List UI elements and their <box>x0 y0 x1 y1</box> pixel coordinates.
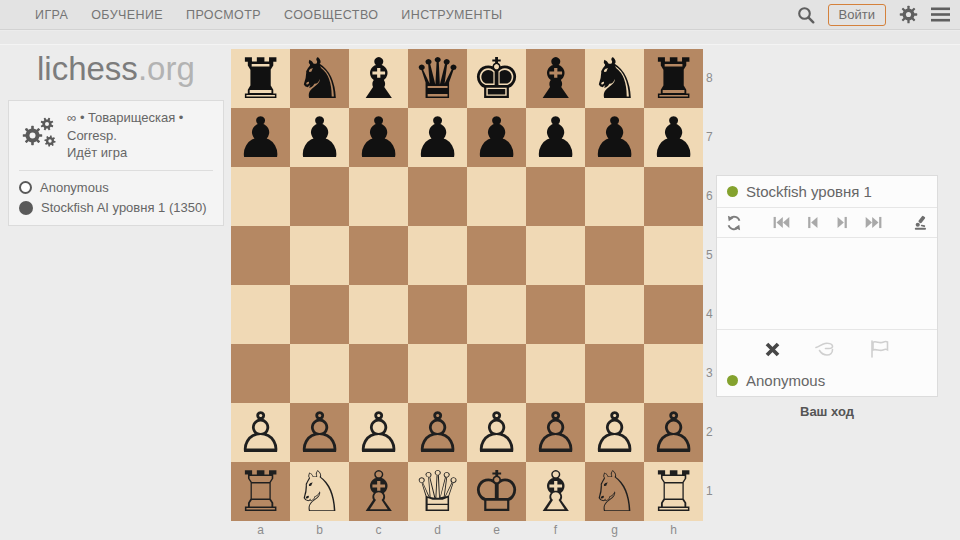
square-b3[interactable] <box>290 344 349 403</box>
square-g8[interactable]: ♞ <box>585 49 644 108</box>
top-nav: ИГРАОБУЧЕНИЕПРОСМОТРСООБЩЕСТВОИНСТРУМЕНТ… <box>0 0 960 30</box>
square-c1[interactable]: ♗ <box>349 462 408 521</box>
rank-label-8: 8 <box>706 49 713 108</box>
move-controls <box>717 208 937 238</box>
playing-gears-icon <box>19 116 59 154</box>
info-divider <box>19 170 213 171</box>
square-e1[interactable]: ♔ <box>467 462 526 521</box>
file-label-c: c <box>349 522 408 537</box>
piece-white-king[interactable]: ♔ <box>471 464 521 520</box>
first-move-button[interactable] <box>773 216 790 229</box>
game-type-line: ∞ • Товарищеская • Corresp. <box>67 109 213 144</box>
square-a4[interactable] <box>231 285 290 344</box>
square-a8[interactable]: ♜ <box>231 49 290 108</box>
rank-label-3: 3 <box>706 344 713 403</box>
file-label-b: b <box>290 522 349 537</box>
file-label-h: h <box>644 522 703 537</box>
square-d2[interactable]: ♙ <box>408 403 467 462</box>
square-d5[interactable] <box>408 226 467 285</box>
square-c5[interactable] <box>349 226 408 285</box>
player-row: Anonymous <box>717 365 937 396</box>
square-f2[interactable]: ♙ <box>526 403 585 462</box>
turn-status: Ваш ход <box>716 404 938 419</box>
offer-draw-hand-icon[interactable] <box>813 339 837 359</box>
rank-labels: 87654321 <box>706 49 713 521</box>
player-online-indicator <box>727 375 738 386</box>
top-nav-right: Войти <box>797 4 950 26</box>
square-c7[interactable]: ♟ <box>349 108 408 167</box>
file-label-e: e <box>467 522 526 537</box>
square-b6[interactable] <box>290 167 349 226</box>
square-a3[interactable] <box>231 344 290 403</box>
piece-white-bishop[interactable]: ♗ <box>353 464 403 520</box>
square-d6[interactable] <box>408 167 467 226</box>
black-player-row: Stockfish AI уровня 1 (1350) <box>19 198 213 218</box>
game-status-line: Идёт игра <box>67 144 213 162</box>
piece-white-bishop[interactable]: ♗ <box>530 464 580 520</box>
piece-black-pawn[interactable]: ♟ <box>294 110 344 166</box>
move-list <box>717 238 937 330</box>
square-e6[interactable] <box>467 167 526 226</box>
game-panel: Stockfish уровня 1 <box>716 175 938 397</box>
piece-white-rook[interactable]: ♖ <box>235 464 285 520</box>
square-h3[interactable] <box>644 344 703 403</box>
opponent-row: Stockfish уровня 1 <box>717 176 937 208</box>
piece-black-pawn[interactable]: ♟ <box>530 110 580 166</box>
piece-black-knight[interactable]: ♞ <box>589 51 639 107</box>
square-b5[interactable] <box>290 226 349 285</box>
square-a2[interactable]: ♙ <box>231 403 290 462</box>
square-g3[interactable] <box>585 344 644 403</box>
piece-white-knight[interactable]: ♘ <box>589 464 639 520</box>
opponent-online-indicator <box>727 186 738 197</box>
square-h4[interactable] <box>644 285 703 344</box>
square-c2[interactable]: ♙ <box>349 403 408 462</box>
file-label-f: f <box>526 522 585 537</box>
square-d7[interactable]: ♟ <box>408 108 467 167</box>
piece-black-pawn[interactable]: ♟ <box>412 110 462 166</box>
next-move-button[interactable] <box>836 216 848 229</box>
square-b2[interactable]: ♙ <box>290 403 349 462</box>
piece-black-bishop[interactable]: ♝ <box>353 51 403 107</box>
square-h7[interactable]: ♟ <box>644 108 703 167</box>
piece-black-pawn[interactable]: ♟ <box>589 110 639 166</box>
square-c3[interactable] <box>349 344 408 403</box>
nav-item-4[interactable]: СООБЩЕСТВО <box>284 8 378 22</box>
chess-board: ♜♞♝♛♚♝♞♜♟♟♟♟♟♟♟♟♙♙♙♙♙♙♙♙♖♘♗♕♔♗♘♖ <box>231 49 703 521</box>
square-a1[interactable]: ♖ <box>231 462 290 521</box>
square-b4[interactable] <box>290 285 349 344</box>
piece-black-queen[interactable]: ♛ <box>412 51 462 107</box>
square-h6[interactable] <box>644 167 703 226</box>
rank-label-7: 7 <box>706 108 713 167</box>
square-f1[interactable]: ♗ <box>526 462 585 521</box>
hamburger-menu-icon[interactable] <box>931 7 950 22</box>
square-f5[interactable] <box>526 226 585 285</box>
square-d4[interactable] <box>408 285 467 344</box>
square-f3[interactable] <box>526 344 585 403</box>
piece-black-pawn[interactable]: ♟ <box>648 110 698 166</box>
black-player-name: Stockfish AI уровня 1 (1350) <box>41 198 207 218</box>
piece-white-pawn[interactable]: ♙ <box>648 405 698 461</box>
piece-white-pawn[interactable]: ♙ <box>530 405 580 461</box>
flip-board-icon[interactable] <box>726 215 742 231</box>
square-f4[interactable] <box>526 285 585 344</box>
header-substrip <box>0 31 960 45</box>
square-e8[interactable]: ♚ <box>467 49 526 108</box>
black-color-icon <box>19 201 33 215</box>
square-f8[interactable]: ♝ <box>526 49 585 108</box>
square-g4[interactable] <box>585 285 644 344</box>
previous-move-button[interactable] <box>807 216 819 229</box>
piece-black-knight[interactable]: ♞ <box>294 51 344 107</box>
rank-label-5: 5 <box>706 226 713 285</box>
square-h1[interactable]: ♖ <box>644 462 703 521</box>
piece-white-pawn[interactable]: ♙ <box>471 405 521 461</box>
piece-black-pawn[interactable]: ♟ <box>235 110 285 166</box>
square-c8[interactable]: ♝ <box>349 49 408 108</box>
piece-black-rook[interactable]: ♜ <box>648 51 698 107</box>
square-a5[interactable] <box>231 226 290 285</box>
opponent-name: Stockfish уровня 1 <box>746 183 872 200</box>
square-g5[interactable] <box>585 226 644 285</box>
piece-black-rook[interactable]: ♜ <box>235 51 285 107</box>
square-b7[interactable]: ♟ <box>290 108 349 167</box>
rank-label-6: 6 <box>706 167 713 226</box>
nav-item-1[interactable]: ИГРА <box>35 8 68 22</box>
site-logo[interactable]: lichess.org <box>37 50 195 88</box>
white-color-icon <box>19 181 32 194</box>
square-g6[interactable] <box>585 167 644 226</box>
file-label-d: d <box>408 522 467 537</box>
piece-black-king[interactable]: ♚ <box>471 51 521 107</box>
square-h8[interactable]: ♜ <box>644 49 703 108</box>
piece-white-pawn[interactable]: ♙ <box>294 405 344 461</box>
square-b1[interactable]: ♘ <box>290 462 349 521</box>
square-g2[interactable]: ♙ <box>585 403 644 462</box>
abort-game-button[interactable] <box>764 341 781 358</box>
rank-label-4: 4 <box>706 285 713 344</box>
square-f7[interactable]: ♟ <box>526 108 585 167</box>
last-move-button[interactable] <box>865 216 882 229</box>
square-d3[interactable] <box>408 344 467 403</box>
square-e3[interactable] <box>467 344 526 403</box>
square-h2[interactable]: ♙ <box>644 403 703 462</box>
white-player-name: Anonymous <box>40 178 109 198</box>
square-a6[interactable] <box>231 167 290 226</box>
piece-black-pawn[interactable]: ♟ <box>353 110 403 166</box>
logo-tld: .org <box>138 50 195 87</box>
piece-white-pawn[interactable]: ♙ <box>589 405 639 461</box>
nav-item-2[interactable]: ОБУЧЕНИЕ <box>91 8 163 22</box>
search-icon[interactable] <box>797 6 815 24</box>
piece-black-bishop[interactable]: ♝ <box>530 51 580 107</box>
logo-name: lichess <box>37 50 138 87</box>
square-h5[interactable] <box>644 226 703 285</box>
nav-item-5[interactable]: ИНСТРУМЕНТЫ <box>401 8 502 22</box>
square-d8[interactable]: ♛ <box>408 49 467 108</box>
analysis-microscope-icon[interactable] <box>912 215 928 231</box>
square-g1[interactable]: ♘ <box>585 462 644 521</box>
game-info-box: ∞ • Товарищеская • Corresp. Идёт игра An… <box>8 100 224 226</box>
move-nav-group <box>773 216 882 229</box>
nav-item-3[interactable]: ПРОСМОТР <box>186 8 261 22</box>
file-label-g: g <box>585 522 644 537</box>
file-labels: abcdefgh <box>231 522 703 537</box>
square-g7[interactable]: ♟ <box>585 108 644 167</box>
piece-white-knight[interactable]: ♘ <box>294 464 344 520</box>
square-c4[interactable] <box>349 285 408 344</box>
square-d1[interactable]: ♕ <box>408 462 467 521</box>
rank-label-2: 2 <box>706 403 713 462</box>
square-a7[interactable]: ♟ <box>231 108 290 167</box>
white-player-row: Anonymous <box>19 178 213 198</box>
piece-white-queen[interactable]: ♕ <box>412 464 462 520</box>
square-b8[interactable]: ♞ <box>290 49 349 108</box>
square-e2[interactable]: ♙ <box>467 403 526 462</box>
rank-label-1: 1 <box>706 462 713 521</box>
resign-flag-icon[interactable] <box>869 340 890 358</box>
square-e7[interactable]: ♟ <box>467 108 526 167</box>
file-label-a: a <box>231 522 290 537</box>
gear-icon[interactable] <box>899 5 918 24</box>
piece-white-pawn[interactable]: ♙ <box>412 405 462 461</box>
square-f6[interactable] <box>526 167 585 226</box>
piece-white-pawn[interactable]: ♙ <box>235 405 285 461</box>
game-actions <box>717 330 937 365</box>
square-c6[interactable] <box>349 167 408 226</box>
player-name: Anonymous <box>746 372 825 389</box>
square-e4[interactable] <box>467 285 526 344</box>
nav-list: ИГРАОБУЧЕНИЕПРОСМОТРСООБЩЕСТВОИНСТРУМЕНТ… <box>35 8 503 22</box>
piece-white-pawn[interactable]: ♙ <box>353 405 403 461</box>
piece-black-pawn[interactable]: ♟ <box>471 110 521 166</box>
square-e5[interactable] <box>467 226 526 285</box>
login-button[interactable]: Войти <box>828 4 886 26</box>
piece-white-rook[interactable]: ♖ <box>648 464 698 520</box>
